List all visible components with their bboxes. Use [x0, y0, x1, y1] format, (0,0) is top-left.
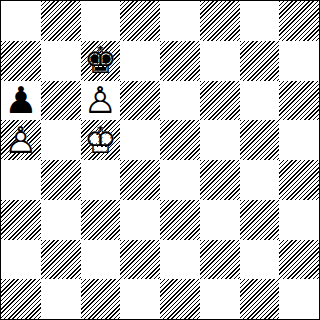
square-b3[interactable] [41, 200, 81, 240]
white-pawn-glyph: ♙ [1, 120, 41, 160]
square-h7[interactable] [279, 41, 319, 81]
square-g7[interactable] [240, 41, 280, 81]
square-a1[interactable] [1, 279, 41, 319]
square-a4[interactable] [1, 160, 41, 200]
black-pawn-a6[interactable]: ♟♟ [1, 81, 41, 121]
square-c4[interactable] [81, 160, 121, 200]
square-g6[interactable] [240, 81, 280, 121]
white-pawn-c6[interactable]: ♟♙ [81, 81, 121, 121]
square-d8[interactable] [120, 1, 160, 41]
square-g3[interactable] [240, 200, 280, 240]
chess-board: ♚♚♟♟♟♙♟♙♚♔ [0, 0, 320, 320]
square-h8[interactable] [279, 1, 319, 41]
black-king-glyph: ♚ [81, 41, 121, 81]
square-f3[interactable] [200, 200, 240, 240]
square-g4[interactable] [240, 160, 280, 200]
square-h5[interactable] [279, 120, 319, 160]
square-c2[interactable] [81, 240, 121, 280]
square-f1[interactable] [200, 279, 240, 319]
square-g8[interactable] [240, 1, 280, 41]
square-b1[interactable] [41, 279, 81, 319]
square-c7[interactable]: ♚♚ [81, 41, 121, 81]
square-a3[interactable] [1, 200, 41, 240]
square-b5[interactable] [41, 120, 81, 160]
square-h2[interactable] [279, 240, 319, 280]
square-d3[interactable] [120, 200, 160, 240]
white-king-glyph: ♔ [81, 120, 121, 160]
square-d6[interactable] [120, 81, 160, 121]
square-e2[interactable] [160, 240, 200, 280]
white-pawn-a5[interactable]: ♟♙ [1, 120, 41, 160]
square-e4[interactable] [160, 160, 200, 200]
square-b8[interactable] [41, 1, 81, 41]
square-f5[interactable] [200, 120, 240, 160]
square-c8[interactable] [81, 1, 121, 41]
black-king-c7[interactable]: ♚♚ [81, 41, 121, 81]
square-h1[interactable] [279, 279, 319, 319]
square-a2[interactable] [1, 240, 41, 280]
black-pawn-glyph: ♟ [1, 81, 41, 121]
square-b2[interactable] [41, 240, 81, 280]
square-g5[interactable] [240, 120, 280, 160]
square-d4[interactable] [120, 160, 160, 200]
square-d5[interactable] [120, 120, 160, 160]
square-e6[interactable] [160, 81, 200, 121]
square-b4[interactable] [41, 160, 81, 200]
square-b6[interactable] [41, 81, 81, 121]
square-f2[interactable] [200, 240, 240, 280]
square-h6[interactable] [279, 81, 319, 121]
square-h3[interactable] [279, 200, 319, 240]
square-e8[interactable] [160, 1, 200, 41]
square-b7[interactable] [41, 41, 81, 81]
square-c6[interactable]: ♟♙ [81, 81, 121, 121]
square-c1[interactable] [81, 279, 121, 319]
square-c5[interactable]: ♚♔ [81, 120, 121, 160]
square-d1[interactable] [120, 279, 160, 319]
square-f8[interactable] [200, 1, 240, 41]
square-h4[interactable] [279, 160, 319, 200]
square-f4[interactable] [200, 160, 240, 200]
square-e7[interactable] [160, 41, 200, 81]
square-a8[interactable] [1, 1, 41, 41]
square-e3[interactable] [160, 200, 200, 240]
square-e1[interactable] [160, 279, 200, 319]
square-f6[interactable] [200, 81, 240, 121]
square-d7[interactable] [120, 41, 160, 81]
square-a5[interactable]: ♟♙ [1, 120, 41, 160]
square-c3[interactable] [81, 200, 121, 240]
square-d2[interactable] [120, 240, 160, 280]
white-king-c5[interactable]: ♚♔ [81, 120, 121, 160]
square-g2[interactable] [240, 240, 280, 280]
white-pawn-glyph: ♙ [81, 81, 121, 121]
square-a7[interactable] [1, 41, 41, 81]
square-a6[interactable]: ♟♟ [1, 81, 41, 121]
square-g1[interactable] [240, 279, 280, 319]
square-e5[interactable] [160, 120, 200, 160]
square-f7[interactable] [200, 41, 240, 81]
chess-diagram: ♚♚♟♟♟♙♟♙♚♔ [0, 0, 320, 320]
